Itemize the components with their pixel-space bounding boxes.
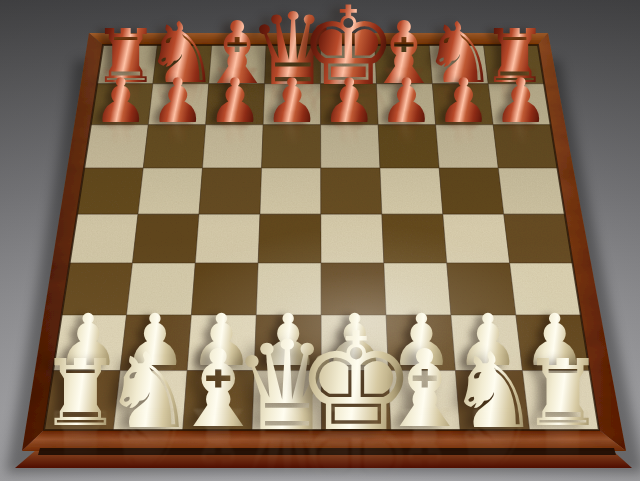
piece-reflection: ♟ xyxy=(379,102,434,163)
piece-reflection: ♟ xyxy=(150,102,205,163)
piece-reflection: ♟ xyxy=(493,102,548,163)
pieces-layer: ♜♜♞♞♝♝♛♛♚♚♝♝♞♞♜♜♟♟♟♟♟♟♟♟♟♟♟♟♟♟♟♟♟♟♟♟♟♟♟♟… xyxy=(0,0,640,481)
chess-board-scene: ♜♜♞♞♝♝♛♛♚♚♝♝♞♞♜♜♟♟♟♟♟♟♟♟♟♟♟♟♟♟♟♟♟♟♟♟♟♟♟♟… xyxy=(0,0,640,481)
piece-reflection: ♟ xyxy=(93,102,148,163)
piece-reflection: ♟ xyxy=(436,102,491,163)
piece-reflection: ♜ xyxy=(521,396,603,481)
piece-reflection: ♟ xyxy=(322,102,377,163)
piece-reflection: ♟ xyxy=(265,102,320,163)
piece-reflection: ♟ xyxy=(207,102,262,163)
